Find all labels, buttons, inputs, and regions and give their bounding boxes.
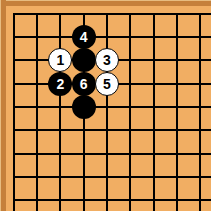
intersection-c4-r8 [72,165,95,188]
intersection-c7-r8 [142,165,165,188]
grid-vline [13,142,15,165]
grid-vline [106,25,108,48]
grid-vline [129,119,131,142]
grid-vline [83,189,85,211]
grid-vline [129,13,131,26]
move-number: 4 [80,30,88,44]
intersection-c3-r6 [49,119,72,142]
grid-vline [13,13,15,26]
grid-vline [13,189,15,211]
intersection-c2-r9 [25,189,48,211]
intersection-c4-r6 [72,119,95,142]
intersection-c7-r7 [142,142,165,165]
grid-vline [36,189,38,211]
intersection-c4-r7 [72,142,95,165]
intersection-c3-r4: 2 [49,72,72,95]
intersection-c9-r4 [189,72,211,95]
intersection-c2-r7 [25,142,48,165]
grid-vline [199,189,201,211]
move-number: 2 [56,77,64,91]
grid-vline [199,72,201,95]
intersection-c9-r5 [189,95,211,118]
grid-vline [13,119,15,142]
grid-vline [153,25,155,48]
grid-vline [176,72,178,95]
board-frame-left [0,0,6,211]
grid-vline [59,142,61,165]
grid-vline [36,72,38,95]
intersection-c3-r5 [49,95,72,118]
grid-vline [199,49,201,72]
grid-vline [13,25,15,48]
grid-vline [36,142,38,165]
intersection-c3-r8 [49,165,72,188]
goban-grid: 413265 [2,2,211,211]
grid-vline [176,13,178,26]
grid-vline [36,119,38,142]
grid-vline [199,95,201,118]
intersection-c5-r7 [95,142,118,165]
grid-vline [153,72,155,95]
intersection-c8-r5 [165,95,188,118]
intersection-c4-r2: 4 [72,25,95,48]
grid-vline [59,25,61,48]
intersection-c8-r2 [165,25,188,48]
intersection-c8-r6 [165,119,188,142]
white-stone-move-3: 3 [95,48,119,72]
intersection-c6-r7 [119,142,142,165]
intersection-c5-r9 [95,189,118,211]
intersection-c9-r3 [189,49,211,72]
intersection-c5-r4: 5 [95,72,118,95]
grid-vline [129,49,131,72]
intersection-c9-r2 [189,25,211,48]
grid-vline [129,72,131,95]
intersection-c5-r3: 3 [95,49,118,72]
intersection-c6-r5 [119,95,142,118]
grid-vline [176,142,178,165]
intersection-c5-r6 [95,119,118,142]
intersection-c7-r2 [142,25,165,48]
intersection-c5-r8 [95,165,118,188]
grid-vline [36,95,38,118]
move-number: 3 [103,53,111,67]
intersection-c4-r5 [72,95,95,118]
board-frame-top [0,0,211,6]
grid-vline [153,13,155,26]
intersection-c8-r3 [165,49,188,72]
grid-vline [83,119,85,142]
intersection-c8-r9 [165,189,188,211]
grid-vline [83,13,85,26]
grid-vline [106,165,108,188]
intersection-c9-r8 [189,165,211,188]
grid-vline [36,49,38,72]
grid-vline [59,95,61,118]
grid-vline [106,142,108,165]
grid-vline [153,119,155,142]
grid-vline [59,189,61,211]
grid-vline [199,13,201,26]
intersection-c6-r6 [119,119,142,142]
grid-vline [199,119,201,142]
grid-vline [83,165,85,188]
grid-vline [153,95,155,118]
intersection-c7-r9 [142,189,165,211]
grid-vline [83,142,85,165]
grid-vline [59,165,61,188]
grid-vline [59,119,61,142]
intersection-c2-r8 [25,165,48,188]
grid-vline [129,142,131,165]
grid-vline [176,119,178,142]
grid-vline [129,189,131,211]
white-stone-move-1: 1 [48,48,72,72]
grid-vline [129,165,131,188]
intersection-c9-r6 [189,119,211,142]
intersection-c4-r3 [72,49,95,72]
grid-vline [106,119,108,142]
black-stone-move-6: 6 [72,72,96,96]
move-number: 5 [103,77,111,91]
black-stone [72,48,96,72]
grid-vline [36,13,38,26]
move-number: 6 [80,77,88,91]
grid-vline [13,95,15,118]
intersection-c3-r9 [49,189,72,211]
grid-vline [13,49,15,72]
intersection-c9-r7 [189,142,211,165]
intersection-c3-r3: 1 [49,49,72,72]
grid-vline [106,13,108,26]
intersection-c5-r5 [95,95,118,118]
intersection-c6-r3 [119,49,142,72]
intersection-c5-r2 [95,25,118,48]
black-stone-move-4: 4 [72,25,96,49]
black-stone-move-2: 2 [48,72,72,96]
intersection-c2-r2 [25,25,48,48]
grid-vline [176,95,178,118]
grid-vline [199,165,201,188]
move-number: 1 [56,53,64,67]
intersection-c8-r8 [165,165,188,188]
intersection-c6-r4 [119,72,142,95]
intersection-c7-r3 [142,49,165,72]
grid-vline [176,165,178,188]
grid-vline [153,165,155,188]
intersection-c9-r9 [189,189,211,211]
intersection-c7-r5 [142,95,165,118]
grid-vline [199,142,201,165]
grid-vline [59,13,61,26]
intersection-c3-r2 [49,25,72,48]
intersection-c4-r9 [72,189,95,211]
grid-vline [176,25,178,48]
grid-vline [36,165,38,188]
intersection-c6-r2 [119,25,142,48]
intersection-c2-r5 [25,95,48,118]
intersection-c8-r7 [165,142,188,165]
intersection-c6-r8 [119,165,142,188]
black-stone [72,95,96,119]
grid-vline [13,72,15,95]
intersection-c2-r3 [25,49,48,72]
grid-vline [199,25,201,48]
intersection-c3-r7 [49,142,72,165]
grid-vline [36,25,38,48]
intersection-c4-r4: 6 [72,72,95,95]
grid-vline [13,165,15,188]
grid-vline [153,189,155,211]
grid-vline [176,49,178,72]
go-board: 413265 [0,0,211,211]
intersection-c8-r4 [165,72,188,95]
grid-vline [129,95,131,118]
grid-vline [153,142,155,165]
grid-vline [106,95,108,118]
intersection-c2-r4 [25,72,48,95]
white-stone-move-5: 5 [95,72,119,96]
intersection-c2-r6 [25,119,48,142]
intersection-c7-r6 [142,119,165,142]
grid-vline [129,25,131,48]
grid-vline [176,189,178,211]
grid-vline [153,49,155,72]
intersection-c7-r4 [142,72,165,95]
grid-vline [106,189,108,211]
intersection-c6-r9 [119,189,142,211]
